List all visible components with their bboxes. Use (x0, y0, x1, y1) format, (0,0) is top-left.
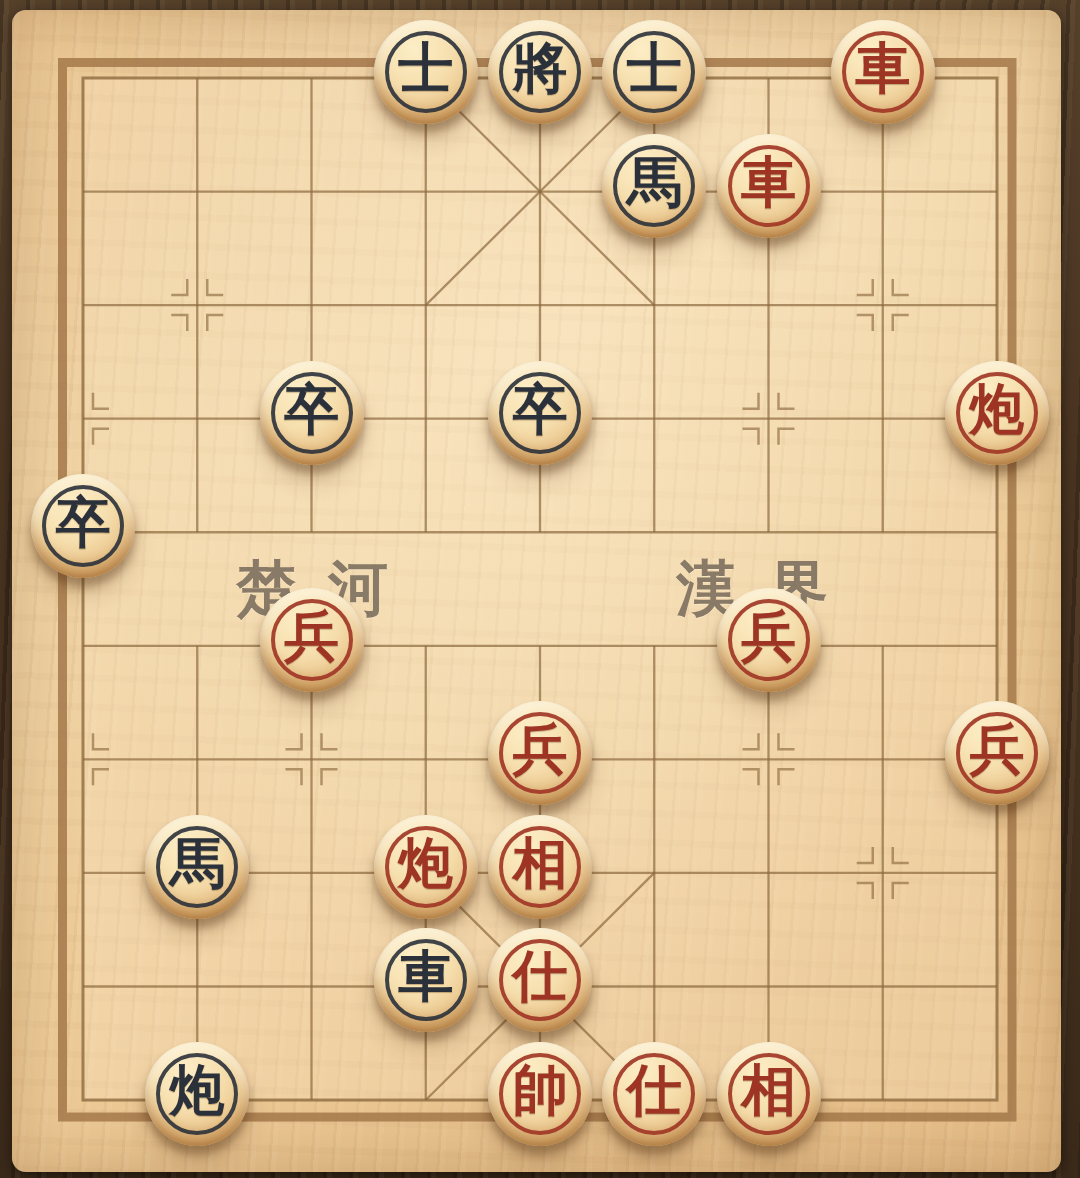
piece-red-soldier[interactable]: 兵 (488, 701, 592, 805)
piece-glyph: 車 (374, 925, 478, 1029)
piece-black-horse[interactable]: 馬 (602, 134, 706, 238)
piece-glyph: 帥 (488, 1039, 592, 1143)
piece-glyph: 士 (602, 17, 706, 121)
piece-black-advisor[interactable]: 士 (374, 20, 478, 124)
pieces-layer: 士將士車馬車卒卒炮卒兵兵兵兵馬炮相車仕炮帥仕相 (0, 0, 1080, 1178)
xiangqi-app: 楚河 漢界 士將士車馬車卒卒炮卒兵兵兵兵馬炮相車仕炮帥仕相 (0, 0, 1080, 1178)
piece-glyph: 兵 (488, 698, 592, 802)
piece-red-elephant[interactable]: 相 (717, 1042, 821, 1146)
piece-black-general[interactable]: 將 (488, 20, 592, 124)
piece-glyph: 卒 (488, 358, 592, 462)
piece-glyph: 車 (717, 131, 821, 235)
piece-red-soldier[interactable]: 兵 (945, 701, 1049, 805)
piece-red-cannon[interactable]: 炮 (945, 361, 1049, 465)
piece-glyph: 士 (374, 17, 478, 121)
piece-glyph: 炮 (945, 358, 1049, 462)
piece-black-chariot[interactable]: 車 (374, 928, 478, 1032)
piece-red-cannon[interactable]: 炮 (374, 815, 478, 919)
piece-glyph: 兵 (260, 585, 364, 689)
piece-red-soldier[interactable]: 兵 (260, 588, 364, 692)
piece-glyph: 相 (717, 1039, 821, 1143)
piece-glyph: 車 (831, 17, 935, 121)
piece-red-soldier[interactable]: 兵 (717, 588, 821, 692)
piece-red-elephant[interactable]: 相 (488, 815, 592, 919)
piece-black-soldier[interactable]: 卒 (488, 361, 592, 465)
piece-black-soldier[interactable]: 卒 (31, 474, 135, 578)
piece-red-advisor[interactable]: 仕 (602, 1042, 706, 1146)
piece-glyph: 仕 (488, 925, 592, 1029)
piece-glyph: 仕 (602, 1039, 706, 1143)
piece-red-advisor[interactable]: 仕 (488, 928, 592, 1032)
piece-glyph: 炮 (374, 812, 478, 916)
piece-glyph: 兵 (717, 585, 821, 689)
piece-glyph: 相 (488, 812, 592, 916)
piece-glyph: 馬 (145, 812, 249, 916)
piece-black-horse[interactable]: 馬 (145, 815, 249, 919)
piece-red-chariot[interactable]: 車 (717, 134, 821, 238)
piece-glyph: 卒 (260, 358, 364, 462)
piece-black-soldier[interactable]: 卒 (260, 361, 364, 465)
piece-glyph: 炮 (145, 1039, 249, 1143)
piece-glyph: 卒 (31, 471, 135, 575)
piece-red-general[interactable]: 帥 (488, 1042, 592, 1146)
piece-glyph: 馬 (602, 131, 706, 235)
piece-glyph: 兵 (945, 698, 1049, 802)
piece-red-chariot[interactable]: 車 (831, 20, 935, 124)
piece-black-advisor[interactable]: 士 (602, 20, 706, 124)
piece-glyph: 將 (488, 17, 592, 121)
piece-black-cannon[interactable]: 炮 (145, 1042, 249, 1146)
